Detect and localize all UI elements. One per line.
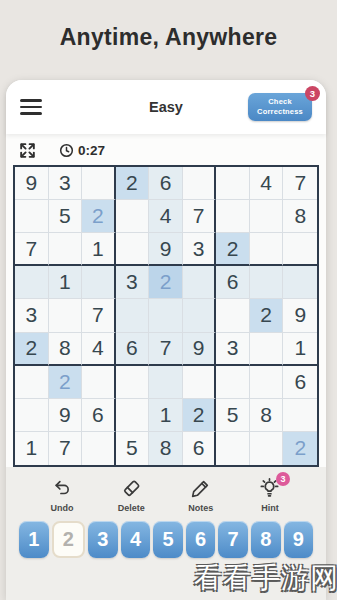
watermark: 看看手游网 xyxy=(194,559,337,597)
cell-r7c1[interactable] xyxy=(15,366,49,399)
cell-r7c6[interactable] xyxy=(183,366,217,399)
numpad-key-7[interactable]: 7 xyxy=(218,521,248,558)
cell-r2c2[interactable]: 5 xyxy=(49,200,83,233)
cell-r9c7[interactable] xyxy=(216,432,250,465)
cell-r9c5[interactable]: 8 xyxy=(149,432,183,465)
cell-r8c7[interactable]: 5 xyxy=(216,399,250,432)
pencil-icon xyxy=(189,477,212,500)
cell-r1c6[interactable] xyxy=(183,167,217,200)
cell-r4c3[interactable] xyxy=(82,266,116,299)
cell-r8c5[interactable]: 1 xyxy=(149,399,183,432)
cell-r4c6[interactable] xyxy=(183,266,217,299)
cell-r7c8[interactable] xyxy=(250,366,284,399)
cell-r6c3[interactable]: 4 xyxy=(82,333,116,366)
fullscreen-icon[interactable] xyxy=(18,141,37,160)
check-correctness-button[interactable]: Check Correctness 3 xyxy=(248,93,312,121)
cell-r1c8[interactable]: 4 xyxy=(250,167,284,200)
cell-r2c6[interactable]: 7 xyxy=(183,200,217,233)
cell-r2c4[interactable] xyxy=(116,200,150,233)
check-button-line1: Check xyxy=(257,97,303,106)
numpad-key-3[interactable]: 3 xyxy=(88,521,118,558)
cell-r9c2[interactable]: 7 xyxy=(49,432,83,465)
check-button-line2: Correctness xyxy=(257,107,303,116)
numpad-key-4[interactable]: 4 xyxy=(121,521,151,558)
cell-r1c5[interactable]: 6 xyxy=(149,167,183,200)
cell-r1c7[interactable] xyxy=(216,167,250,200)
cell-r5c1[interactable]: 3 xyxy=(15,299,49,332)
toolbar: Undo Delete Notes xyxy=(6,475,326,513)
cell-r8c2[interactable]: 9 xyxy=(49,399,83,432)
cell-r3c3[interactable]: 1 xyxy=(82,233,116,266)
eraser-icon xyxy=(120,477,143,500)
cell-r7c3[interactable] xyxy=(82,366,116,399)
numpad-key-2[interactable]: 2 xyxy=(52,521,86,558)
cell-r1c4[interactable]: 2 xyxy=(116,167,150,200)
cell-r5c6[interactable] xyxy=(183,299,217,332)
cell-r9c4[interactable]: 5 xyxy=(116,432,150,465)
cell-r2c5[interactable]: 4 xyxy=(149,200,183,233)
cell-r8c6[interactable]: 2 xyxy=(183,399,217,432)
cell-r4c9[interactable] xyxy=(283,266,317,299)
cell-r4c5[interactable]: 2 xyxy=(149,266,183,299)
hint-badge: 3 xyxy=(276,472,290,486)
cell-r4c4[interactable]: 3 xyxy=(116,266,150,299)
cell-r8c9[interactable] xyxy=(283,399,317,432)
cell-r8c1[interactable] xyxy=(15,399,49,432)
cell-r6c6[interactable]: 9 xyxy=(183,333,217,366)
cell-r7c2[interactable]: 2 xyxy=(49,366,83,399)
cell-r3c4[interactable] xyxy=(116,233,150,266)
tool-label: Delete xyxy=(118,503,145,513)
cell-r4c2[interactable]: 1 xyxy=(49,266,83,299)
cell-r5c9[interactable]: 9 xyxy=(283,299,317,332)
cell-r1c2[interactable]: 3 xyxy=(49,167,83,200)
cell-r5c2[interactable] xyxy=(49,299,83,332)
undo-button[interactable]: Undo xyxy=(36,477,88,513)
numpad: 123456789 xyxy=(6,513,326,558)
cell-r3c7[interactable]: 2 xyxy=(216,233,250,266)
cell-r8c3[interactable]: 6 xyxy=(82,399,116,432)
cell-r2c9[interactable]: 8 xyxy=(283,200,317,233)
tool-label: Hint xyxy=(261,503,279,513)
hint-button[interactable]: 3 Hint xyxy=(244,477,296,513)
game-card: Easy Check Correctness 3 0:27 9326475247 xyxy=(6,80,326,600)
cell-r5c8[interactable]: 2 xyxy=(250,299,284,332)
cell-r9c9[interactable]: 2 xyxy=(283,432,317,465)
cell-r7c7[interactable] xyxy=(216,366,250,399)
numpad-key-1[interactable]: 1 xyxy=(19,521,49,558)
clock-icon xyxy=(59,143,74,158)
cell-r3c6[interactable]: 3 xyxy=(183,233,217,266)
cell-r3c2[interactable] xyxy=(49,233,83,266)
cell-r1c3[interactable] xyxy=(82,167,116,200)
notes-button[interactable]: Notes xyxy=(175,477,227,513)
cell-r4c7[interactable]: 6 xyxy=(216,266,250,299)
cell-r6c8[interactable] xyxy=(250,333,284,366)
cell-r7c5[interactable] xyxy=(149,366,183,399)
numpad-key-5[interactable]: 5 xyxy=(153,521,183,558)
cell-r7c4[interactable] xyxy=(116,366,150,399)
timer-value: 0:27 xyxy=(78,143,105,158)
app-screenshot: Anytime, Anywhere Easy Check Correctness… xyxy=(0,0,337,600)
cell-r9c8[interactable] xyxy=(250,432,284,465)
cell-r5c3[interactable]: 7 xyxy=(82,299,116,332)
cell-r5c4[interactable] xyxy=(116,299,150,332)
cell-r6c5[interactable]: 7 xyxy=(149,333,183,366)
hero-title: Anytime, Anywhere xyxy=(0,24,337,51)
cell-r1c9[interactable]: 7 xyxy=(283,167,317,200)
sudoku-board: 9326475247871932132637292846793126961258… xyxy=(13,165,319,467)
cell-r5c5[interactable] xyxy=(149,299,183,332)
cell-r6c9[interactable]: 1 xyxy=(283,333,317,366)
cell-r2c1[interactable] xyxy=(15,200,49,233)
cell-r8c8[interactable]: 8 xyxy=(250,399,284,432)
app-bar: Easy Check Correctness 3 xyxy=(6,80,326,134)
cell-r3c1[interactable]: 7 xyxy=(15,233,49,266)
cell-r8c4[interactable] xyxy=(116,399,150,432)
cell-r5c7[interactable] xyxy=(216,299,250,332)
cell-r9c6[interactable]: 6 xyxy=(183,432,217,465)
cell-r7c9[interactable]: 6 xyxy=(283,366,317,399)
timer: 0:27 xyxy=(59,143,105,158)
cell-r6c4[interactable]: 6 xyxy=(116,333,150,366)
status-bar: 0:27 xyxy=(6,134,326,164)
undo-icon xyxy=(51,477,74,500)
cell-r3c5[interactable]: 9 xyxy=(149,233,183,266)
numpad-key-8[interactable]: 8 xyxy=(251,521,281,558)
cell-r6c7[interactable]: 3 xyxy=(216,333,250,366)
cell-r3c8[interactable] xyxy=(250,233,284,266)
cell-r4c1[interactable] xyxy=(15,266,49,299)
cell-r2c3[interactable]: 2 xyxy=(82,200,116,233)
cell-r6c2[interactable]: 8 xyxy=(49,333,83,366)
cell-r9c1[interactable]: 1 xyxy=(15,432,49,465)
cell-r2c8[interactable] xyxy=(250,200,284,233)
cell-r3c9[interactable] xyxy=(283,233,317,266)
cell-r2c7[interactable] xyxy=(216,200,250,233)
cell-r4c8[interactable] xyxy=(250,266,284,299)
cell-r6c1[interactable]: 2 xyxy=(15,333,49,366)
tool-label: Notes xyxy=(188,503,213,513)
cell-r9c3[interactable] xyxy=(82,432,116,465)
cell-r1c1[interactable]: 9 xyxy=(15,167,49,200)
tool-label: Undo xyxy=(51,503,74,513)
delete-button[interactable]: Delete xyxy=(105,477,157,513)
numpad-key-9[interactable]: 9 xyxy=(284,521,314,558)
numpad-key-6[interactable]: 6 xyxy=(186,521,216,558)
